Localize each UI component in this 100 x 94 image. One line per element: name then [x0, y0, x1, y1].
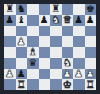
black-pawn-piece[interactable]: ♟	[74, 15, 83, 25]
square-d2[interactable]	[39, 69, 51, 80]
black-rook-piece[interactable]: ♜	[51, 4, 60, 14]
black-pawn-piece[interactable]: ♟	[5, 15, 14, 25]
square-d3[interactable]	[39, 58, 51, 69]
black-queen-piece[interactable]: ♛	[28, 58, 37, 68]
black-king-piece[interactable]: ♚	[86, 4, 95, 14]
square-g7[interactable]: ♟	[73, 15, 85, 26]
square-f5[interactable]	[62, 36, 74, 47]
square-g2[interactable]: ♟	[73, 69, 85, 80]
square-c1[interactable]	[27, 79, 39, 90]
square-e8[interactable]: ♜	[50, 4, 62, 15]
square-f8[interactable]	[62, 4, 74, 15]
black-bishop-piece[interactable]: ♝	[17, 15, 26, 25]
square-f4[interactable]	[62, 47, 74, 58]
square-e3[interactable]	[50, 58, 62, 69]
square-d6[interactable]	[39, 26, 51, 37]
square-e1[interactable]	[50, 79, 62, 90]
white-pawn-piece[interactable]: ♟	[74, 69, 83, 79]
square-b6[interactable]	[16, 26, 28, 37]
square-g4[interactable]	[73, 47, 85, 58]
white-pawn-piece[interactable]: ♟	[86, 69, 95, 79]
square-d5[interactable]	[39, 36, 51, 47]
black-pawn-piece[interactable]: ♟	[40, 15, 49, 25]
square-c7[interactable]	[27, 15, 39, 26]
square-e4[interactable]	[50, 47, 62, 58]
square-f2[interactable]: ♟	[62, 69, 74, 80]
black-knight-piece[interactable]: ♞	[17, 4, 26, 14]
board-frame: ♜♞♜♚♟♝♟♞♛♟♟♟♝♛♞♟♟♟♟♟♜♚♜	[0, 0, 100, 94]
square-a4[interactable]	[4, 47, 16, 58]
square-f7[interactable]: ♛	[62, 15, 74, 26]
square-b4[interactable]	[16, 47, 28, 58]
square-b7[interactable]: ♝	[16, 15, 28, 26]
square-a1[interactable]	[4, 79, 16, 90]
square-a5[interactable]	[4, 36, 16, 47]
square-a6[interactable]	[4, 26, 16, 37]
square-c8[interactable]	[27, 4, 39, 15]
square-h2[interactable]: ♟	[85, 69, 97, 80]
white-queen-piece[interactable]: ♛	[63, 15, 72, 25]
square-g5[interactable]	[73, 36, 85, 47]
white-bishop-piece[interactable]: ♝	[28, 47, 37, 57]
square-h1[interactable]: ♜	[85, 79, 97, 90]
square-e2[interactable]	[50, 69, 62, 80]
square-d4[interactable]	[39, 47, 51, 58]
white-knight-piece[interactable]: ♞	[63, 58, 72, 68]
square-e6[interactable]	[50, 26, 62, 37]
square-b2[interactable]: ♟	[16, 69, 28, 80]
square-h6[interactable]	[85, 26, 97, 37]
square-g1[interactable]	[73, 79, 85, 90]
square-g6[interactable]	[73, 26, 85, 37]
square-b3[interactable]	[16, 58, 28, 69]
square-c6[interactable]	[27, 26, 39, 37]
square-d1[interactable]	[39, 79, 51, 90]
white-rook-piece[interactable]: ♜	[86, 79, 95, 89]
square-a8[interactable]: ♜	[4, 4, 16, 15]
square-g3[interactable]	[73, 58, 85, 69]
white-knight-piece[interactable]: ♞	[51, 15, 60, 25]
square-e7[interactable]: ♞	[50, 15, 62, 26]
square-d7[interactable]: ♟	[39, 15, 51, 26]
square-f6[interactable]	[62, 26, 74, 37]
square-h8[interactable]: ♚	[85, 4, 97, 15]
square-c3[interactable]: ♛	[27, 58, 39, 69]
chess-board: ♜♞♜♚♟♝♟♞♛♟♟♟♝♛♞♟♟♟♟♟♜♚♜	[4, 4, 96, 90]
black-pawn-piece[interactable]: ♟	[17, 69, 26, 79]
square-g8[interactable]	[73, 4, 85, 15]
square-h5[interactable]	[85, 36, 97, 47]
square-b1[interactable]: ♜	[16, 79, 28, 90]
black-rook-piece[interactable]: ♜	[5, 4, 14, 14]
square-d8[interactable]	[39, 4, 51, 15]
white-pawn-piece[interactable]: ♟	[5, 69, 14, 79]
square-b8[interactable]: ♞	[16, 4, 28, 15]
square-b5[interactable]: ♟	[16, 36, 28, 47]
white-rook-piece[interactable]: ♜	[17, 79, 26, 89]
square-c4[interactable]: ♝	[27, 47, 39, 58]
square-a7[interactable]: ♟	[4, 15, 16, 26]
square-h4[interactable]	[85, 47, 97, 58]
white-pawn-piece[interactable]: ♟	[63, 69, 72, 79]
white-king-piece[interactable]: ♚	[63, 79, 72, 89]
white-pawn-piece[interactable]: ♟	[17, 36, 26, 46]
square-c2[interactable]	[27, 69, 39, 80]
square-h3[interactable]	[85, 58, 97, 69]
black-pawn-piece[interactable]: ♟	[86, 15, 95, 25]
square-a3[interactable]	[4, 58, 16, 69]
square-a2[interactable]: ♟	[4, 69, 16, 80]
square-e5[interactable]	[50, 36, 62, 47]
square-h7[interactable]: ♟	[85, 15, 97, 26]
square-c5[interactable]	[27, 36, 39, 47]
square-f3[interactable]: ♞	[62, 58, 74, 69]
square-f1[interactable]: ♚	[62, 79, 74, 90]
